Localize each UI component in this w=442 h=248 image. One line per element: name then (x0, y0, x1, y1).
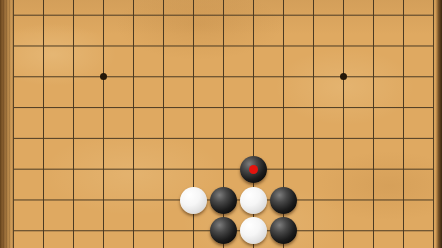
last-move-marker (249, 165, 258, 174)
board-right-edge (433, 0, 442, 248)
white-stone (180, 187, 207, 214)
white-stone (240, 187, 267, 214)
board-left-edge (0, 0, 14, 248)
black-stone (240, 156, 267, 183)
black-stone (210, 187, 237, 214)
go-board-grid[interactable] (0, 0, 442, 248)
black-stone (270, 187, 297, 214)
goban-screenshot (0, 0, 442, 248)
